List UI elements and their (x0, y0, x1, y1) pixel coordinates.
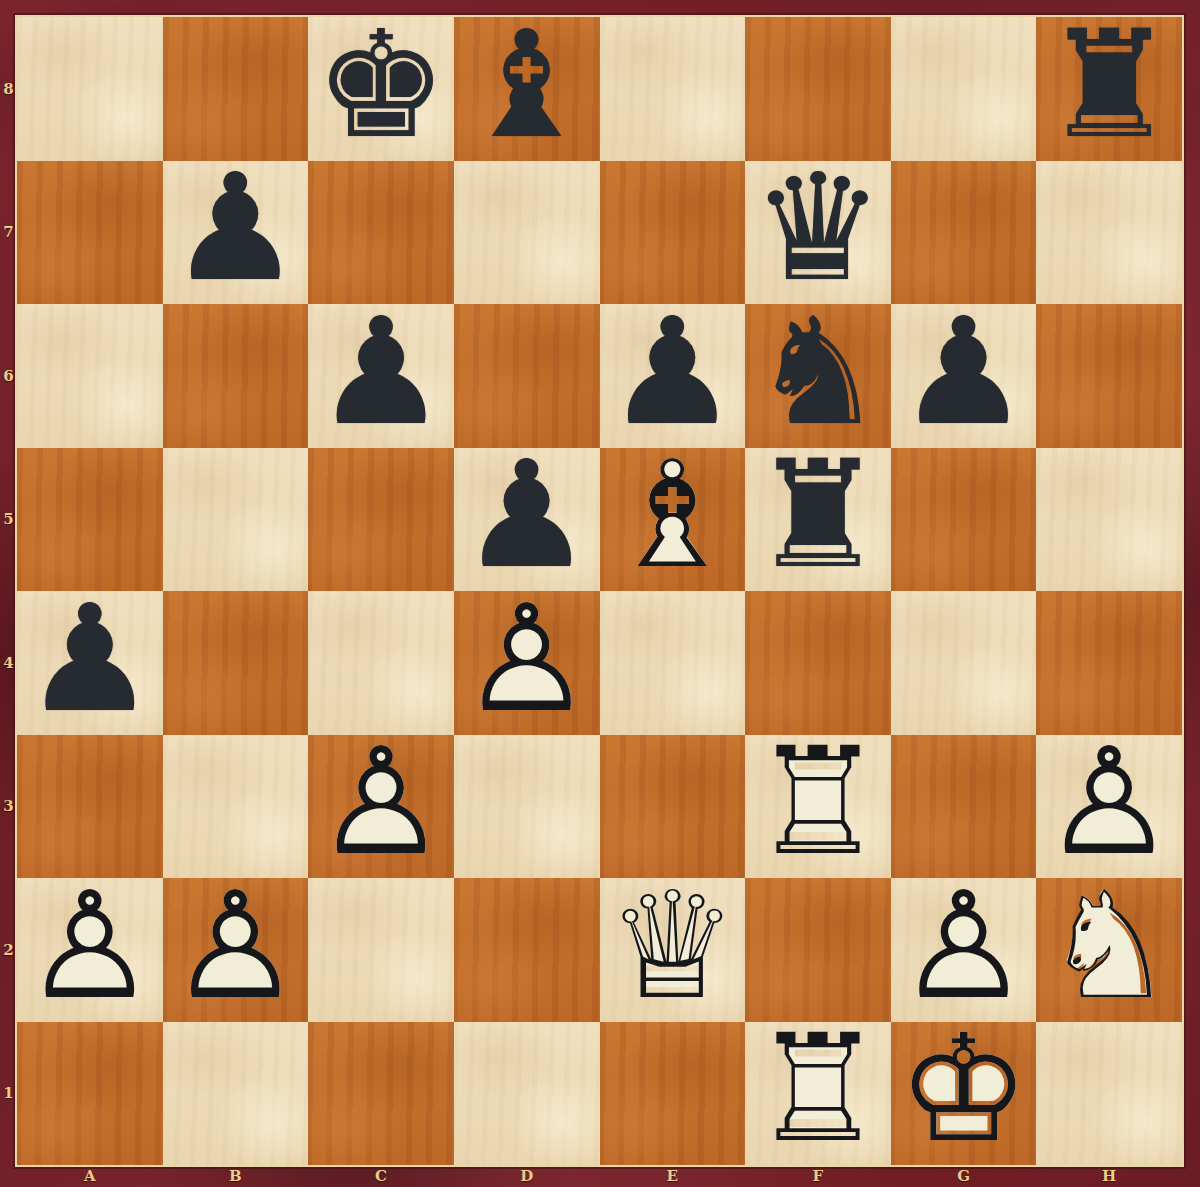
piece-glyph-fill: ♞ (745, 300, 891, 444)
square-g6[interactable]: ♟ (891, 304, 1037, 448)
square-b6[interactable] (163, 304, 309, 448)
square-d2[interactable] (454, 878, 600, 1022)
piece-glyph-fill: ♟ (600, 300, 746, 444)
square-f6[interactable]: ♞ (745, 304, 891, 448)
piece-black-pawn-d5[interactable]: ♟ (454, 448, 600, 592)
rank-label-6: 6 (0, 304, 17, 448)
piece-black-pawn-c6[interactable]: ♟ (308, 304, 454, 448)
piece-glyph-fill: ♟ (454, 444, 600, 588)
square-c1[interactable] (308, 1022, 454, 1166)
square-f8[interactable] (745, 17, 891, 161)
piece-white-pawn-a2[interactable]: ♟♙ (17, 878, 163, 1022)
square-b5[interactable] (163, 448, 309, 592)
piece-glyph-fill: ♝ (454, 13, 600, 157)
square-b3[interactable] (163, 735, 309, 879)
square-h6[interactable] (1036, 304, 1182, 448)
square-c4[interactable] (308, 591, 454, 735)
piece-glyph-fill: ♜ (745, 444, 891, 588)
piece-glyph-outline: ♙ (17, 874, 163, 1018)
piece-glyph-fill: ♟ (163, 157, 309, 301)
piece-glyph-outline: ♔ (891, 1018, 1037, 1162)
square-h5[interactable] (1036, 448, 1182, 592)
file-label-a: A (17, 1165, 163, 1187)
piece-black-bishop-d8[interactable]: ♝ (454, 17, 600, 161)
piece-white-bishop-e5[interactable]: ♝♗ (600, 448, 746, 592)
square-h4[interactable] (1036, 591, 1182, 735)
piece-glyph-outline: ♙ (163, 874, 309, 1018)
square-d5[interactable]: ♟ (454, 448, 600, 592)
piece-white-pawn-h3[interactable]: ♟♙ (1036, 735, 1182, 879)
rank-label-1: 1 (0, 1022, 17, 1166)
piece-white-rook-f1[interactable]: ♜♖ (745, 1022, 891, 1166)
rank-label-7: 7 (0, 161, 17, 305)
square-b2[interactable]: ♟♙ (163, 878, 309, 1022)
file-labels: ABCDEFGH (17, 1165, 1182, 1187)
square-h3[interactable]: ♟♙ (1036, 735, 1182, 879)
square-c2[interactable] (308, 878, 454, 1022)
piece-glyph-outline: ♙ (308, 731, 454, 875)
piece-glyph-outline: ♖ (745, 1018, 891, 1162)
piece-white-pawn-b2[interactable]: ♟♙ (163, 878, 309, 1022)
board-grid: ♚♝♜♟♛♟♟♞♟♟♝♗♜♟♟♙♟♙♜♖♟♙♟♙♟♙♛♕♟♙♞♘♜♖♚♔ (17, 17, 1182, 1165)
square-c3[interactable]: ♟♙ (308, 735, 454, 879)
square-a5[interactable] (17, 448, 163, 592)
square-e3[interactable] (600, 735, 746, 879)
piece-black-pawn-b7[interactable]: ♟ (163, 161, 309, 305)
square-e6[interactable]: ♟ (600, 304, 746, 448)
square-d6[interactable] (454, 304, 600, 448)
piece-glyph-fill: ♜ (1036, 13, 1182, 157)
piece-white-rook-f3[interactable]: ♜♖ (745, 735, 891, 879)
rank-labels: 87654321 (0, 17, 17, 1165)
square-h7[interactable] (1036, 161, 1182, 305)
square-e1[interactable] (600, 1022, 746, 1166)
square-h2[interactable]: ♞♘ (1036, 878, 1182, 1022)
piece-white-pawn-d4[interactable]: ♟♙ (454, 591, 600, 735)
rank-label-3: 3 (0, 735, 17, 879)
file-label-c: C (308, 1165, 454, 1187)
piece-glyph-outline: ♙ (891, 874, 1037, 1018)
square-d1[interactable] (454, 1022, 600, 1166)
file-label-b: B (163, 1165, 309, 1187)
piece-glyph-outline: ♖ (745, 731, 891, 875)
piece-glyph-outline: ♘ (1036, 874, 1182, 1018)
square-c5[interactable] (308, 448, 454, 592)
rank-label-4: 4 (0, 591, 17, 735)
piece-glyph-fill: ♟ (308, 300, 454, 444)
rank-label-8: 8 (0, 17, 17, 161)
square-d4[interactable]: ♟♙ (454, 591, 600, 735)
piece-glyph-outline: ♙ (1036, 731, 1182, 875)
piece-black-queen-f7[interactable]: ♛ (745, 161, 891, 305)
file-label-e: E (600, 1165, 746, 1187)
square-d3[interactable] (454, 735, 600, 879)
square-h8[interactable]: ♜ (1036, 17, 1182, 161)
piece-black-king-c8[interactable]: ♚ (308, 17, 454, 161)
square-a3[interactable] (17, 735, 163, 879)
square-c8[interactable]: ♚ (308, 17, 454, 161)
piece-glyph-fill: ♚ (308, 13, 454, 157)
square-f4[interactable] (745, 591, 891, 735)
piece-glyph-outline: ♗ (600, 444, 746, 588)
piece-white-king-g1[interactable]: ♚♔ (891, 1022, 1037, 1166)
file-label-g: G (891, 1165, 1037, 1187)
square-f3[interactable]: ♜♖ (745, 735, 891, 879)
file-label-f: F (745, 1165, 891, 1187)
square-g5[interactable] (891, 448, 1037, 592)
piece-black-pawn-a4[interactable]: ♟ (17, 591, 163, 735)
square-d8[interactable]: ♝ (454, 17, 600, 161)
chessboard-diagram: ♚♝♜♟♛♟♟♞♟♟♝♗♜♟♟♙♟♙♜♖♟♙♟♙♟♙♛♕♟♙♞♘♜♖♚♔ 876… (0, 0, 1200, 1187)
square-f7[interactable]: ♛ (745, 161, 891, 305)
square-b7[interactable]: ♟ (163, 161, 309, 305)
square-g3[interactable] (891, 735, 1037, 879)
piece-glyph-fill: ♟ (891, 300, 1037, 444)
square-f5[interactable]: ♜ (745, 448, 891, 592)
square-a2[interactable]: ♟♙ (17, 878, 163, 1022)
piece-black-rook-f5[interactable]: ♜ (745, 448, 891, 592)
piece-white-pawn-g2[interactable]: ♟♙ (891, 878, 1037, 1022)
rank-label-2: 2 (0, 878, 17, 1022)
square-g8[interactable] (891, 17, 1037, 161)
square-f2[interactable] (745, 878, 891, 1022)
square-e5[interactable]: ♝♗ (600, 448, 746, 592)
square-g1[interactable]: ♚♔ (891, 1022, 1037, 1166)
rank-label-5: 5 (0, 448, 17, 592)
piece-glyph-outline: ♕ (600, 874, 746, 1018)
piece-white-queen-e2[interactable]: ♛♕ (600, 878, 746, 1022)
square-e2[interactable]: ♛♕ (600, 878, 746, 1022)
piece-glyph-outline: ♙ (454, 587, 600, 731)
piece-black-knight-f6[interactable]: ♞ (745, 304, 891, 448)
square-d7[interactable] (454, 161, 600, 305)
square-a1[interactable] (17, 1022, 163, 1166)
square-b1[interactable] (163, 1022, 309, 1166)
piece-glyph-fill: ♟ (17, 587, 163, 731)
square-b8[interactable] (163, 17, 309, 161)
square-c6[interactable]: ♟ (308, 304, 454, 448)
square-e8[interactable] (600, 17, 746, 161)
square-a8[interactable] (17, 17, 163, 161)
square-f1[interactable]: ♜♖ (745, 1022, 891, 1166)
piece-white-knight-h2[interactable]: ♞♘ (1036, 878, 1182, 1022)
square-a4[interactable]: ♟ (17, 591, 163, 735)
square-g7[interactable] (891, 161, 1037, 305)
file-label-d: D (454, 1165, 600, 1187)
square-a6[interactable] (17, 304, 163, 448)
piece-glyph-fill: ♛ (745, 157, 891, 301)
square-g2[interactable]: ♟♙ (891, 878, 1037, 1022)
square-g4[interactable] (891, 591, 1037, 735)
square-b4[interactable] (163, 591, 309, 735)
square-e7[interactable] (600, 161, 746, 305)
square-h1[interactable] (1036, 1022, 1182, 1166)
piece-white-pawn-c3[interactable]: ♟♙ (308, 735, 454, 879)
square-a7[interactable] (17, 161, 163, 305)
square-e4[interactable] (600, 591, 746, 735)
file-label-h: H (1036, 1165, 1182, 1187)
piece-black-pawn-g6[interactable]: ♟ (891, 304, 1037, 448)
square-c7[interactable] (308, 161, 454, 305)
piece-black-rook-h8[interactable]: ♜ (1036, 17, 1182, 161)
piece-black-pawn-e6[interactable]: ♟ (600, 304, 746, 448)
